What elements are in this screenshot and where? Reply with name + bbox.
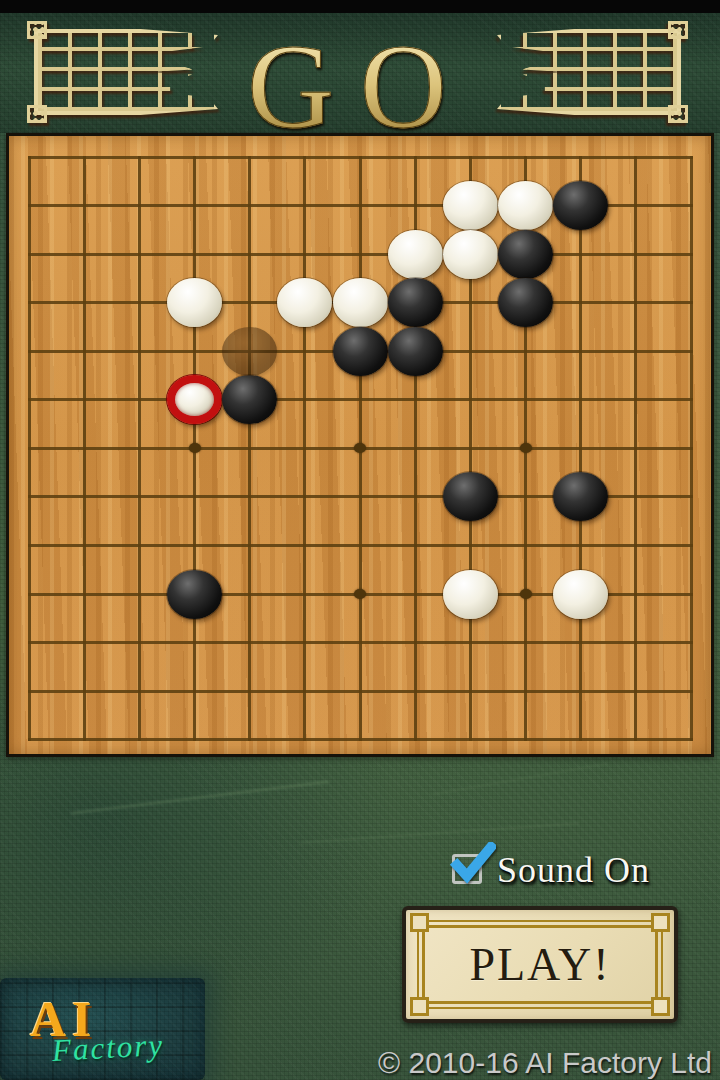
grid-line-horizontal <box>28 253 693 256</box>
background-scratch <box>300 822 579 844</box>
stone-white <box>553 570 608 619</box>
stone-black <box>167 570 222 619</box>
app-title: GO <box>247 27 472 147</box>
go-board[interactable] <box>6 133 714 757</box>
lattice-ornament-right-icon <box>497 29 681 115</box>
stone-white <box>333 278 388 327</box>
stone-white <box>167 278 222 327</box>
stone-white <box>443 181 498 230</box>
lattice-ornament-left-icon <box>34 29 218 115</box>
stone-ghost <box>222 327 277 376</box>
ornament-knob-icon <box>668 21 688 39</box>
star-point <box>520 443 532 453</box>
stone-black <box>388 327 443 376</box>
stone-white <box>388 230 443 279</box>
grid-line-horizontal <box>28 398 693 401</box>
grid-line-horizontal <box>28 544 693 547</box>
background-scratch <box>71 780 329 815</box>
stone-white <box>498 181 553 230</box>
go-app-screen: GO Sound On PLAY! AI Factory © 2010-16 A… <box>0 0 720 1080</box>
ai-factory-logo-subtext: Factory <box>51 1027 165 1069</box>
star-point <box>354 443 366 453</box>
stone-black <box>498 230 553 279</box>
title-banner: GO <box>0 13 720 133</box>
ornament-knob-icon <box>27 21 47 39</box>
stone-black <box>498 278 553 327</box>
grid-line-horizontal <box>28 641 693 644</box>
ornament-knob-icon <box>27 105 47 123</box>
stone-black <box>388 278 443 327</box>
background-scratch <box>431 762 609 795</box>
grid-line-horizontal <box>28 156 693 159</box>
stone-white <box>277 278 332 327</box>
star-point <box>354 589 366 599</box>
grid-line-horizontal <box>28 690 693 693</box>
grid-line-horizontal <box>28 738 693 741</box>
status-bar-strip <box>0 0 720 13</box>
stone-white <box>443 570 498 619</box>
stone-black <box>553 181 608 230</box>
stone-black <box>553 472 608 521</box>
play-button-label: PLAY! <box>469 938 610 991</box>
stone-white-last-move <box>167 375 222 424</box>
stone-black <box>443 472 498 521</box>
checkmark-icon <box>450 842 496 884</box>
star-point <box>520 589 532 599</box>
ornament-knob-icon <box>668 105 688 123</box>
stone-white <box>443 230 498 279</box>
sound-on-label[interactable]: Sound On <box>497 849 650 891</box>
star-point <box>189 443 201 453</box>
stone-black <box>333 327 388 376</box>
copyright-text: © 2010-16 AI Factory Ltd <box>378 1046 712 1080</box>
play-button[interactable]: PLAY! <box>402 906 678 1023</box>
stone-black <box>222 375 277 424</box>
